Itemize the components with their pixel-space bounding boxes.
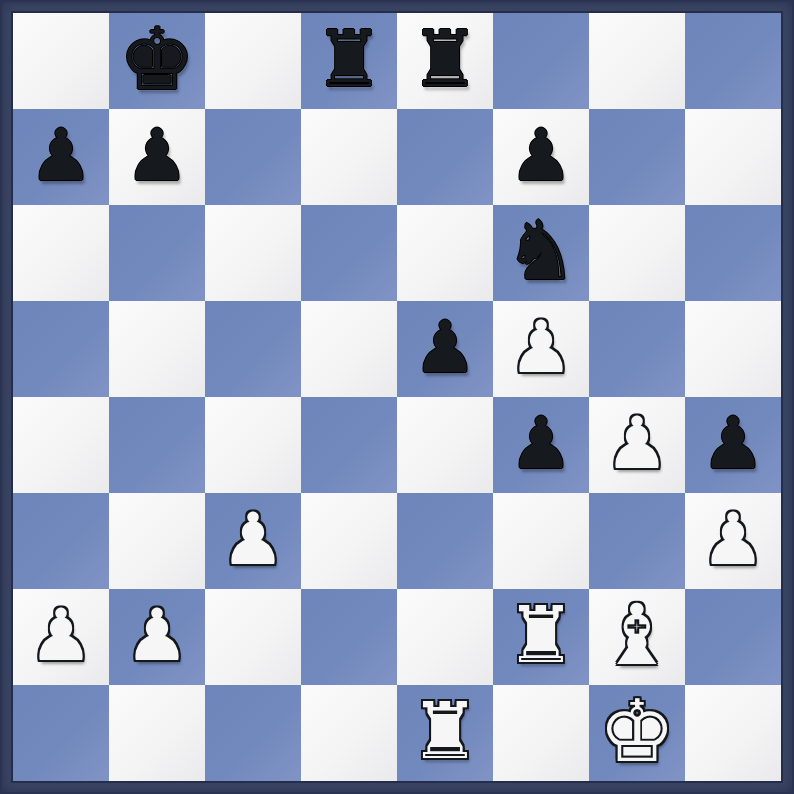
white-rook-piece[interactable]: ♜: [506, 596, 576, 674]
black-king-piece[interactable]: ♚: [118, 16, 195, 102]
black-rook-piece[interactable]: ♜: [410, 20, 480, 98]
square-b4[interactable]: [109, 397, 205, 493]
black-pawn-piece[interactable]: ♟: [29, 119, 94, 191]
square-a1[interactable]: [13, 685, 109, 781]
square-h7[interactable]: [685, 109, 781, 205]
square-g3[interactable]: [589, 493, 685, 589]
square-e5[interactable]: ♟: [397, 301, 493, 397]
white-pawn-piece[interactable]: ♟: [29, 599, 94, 671]
square-e6[interactable]: [397, 205, 493, 301]
white-pawn-piece[interactable]: ♟: [701, 503, 766, 575]
square-h1[interactable]: [685, 685, 781, 781]
square-g6[interactable]: [589, 205, 685, 301]
square-c5[interactable]: [205, 301, 301, 397]
square-c8[interactable]: [205, 13, 301, 109]
white-pawn-piece[interactable]: ♟: [221, 503, 286, 575]
square-e1[interactable]: ♜: [397, 685, 493, 781]
square-f4[interactable]: ♟: [493, 397, 589, 493]
square-b2[interactable]: ♟: [109, 589, 205, 685]
square-e4[interactable]: [397, 397, 493, 493]
chess-position-screenshot: { "game": "chess", "position": { "fen": …: [0, 0, 794, 794]
square-d2[interactable]: [301, 589, 397, 685]
square-d8[interactable]: ♜: [301, 13, 397, 109]
square-d6[interactable]: [301, 205, 397, 301]
square-f3[interactable]: [493, 493, 589, 589]
square-a3[interactable]: [13, 493, 109, 589]
square-a8[interactable]: [13, 13, 109, 109]
square-b3[interactable]: [109, 493, 205, 589]
square-c6[interactable]: [205, 205, 301, 301]
square-a2[interactable]: ♟: [13, 589, 109, 685]
white-pawn-piece[interactable]: ♟: [125, 599, 190, 671]
black-pawn-piece[interactable]: ♟: [413, 311, 478, 383]
black-pawn-piece[interactable]: ♟: [509, 407, 574, 479]
square-a4[interactable]: [13, 397, 109, 493]
square-b8[interactable]: ♚: [109, 13, 205, 109]
white-pawn-piece[interactable]: ♟: [605, 407, 670, 479]
square-a6[interactable]: [13, 205, 109, 301]
white-king-piece[interactable]: ♚: [598, 688, 675, 774]
square-g5[interactable]: [589, 301, 685, 397]
black-pawn-piece[interactable]: ♟: [125, 119, 190, 191]
square-e3[interactable]: [397, 493, 493, 589]
square-d3[interactable]: [301, 493, 397, 589]
square-a7[interactable]: ♟: [13, 109, 109, 205]
square-c1[interactable]: [205, 685, 301, 781]
square-h3[interactable]: ♟: [685, 493, 781, 589]
square-c7[interactable]: [205, 109, 301, 205]
white-bishop-piece[interactable]: ♝: [599, 593, 674, 677]
square-f5[interactable]: ♟: [493, 301, 589, 397]
square-f6[interactable]: ♞: [493, 205, 589, 301]
square-g8[interactable]: [589, 13, 685, 109]
square-g1[interactable]: ♚: [589, 685, 685, 781]
chess-board: ♚♜♜♟♟♟♞♟♟♟♟♟♟♟♟♟♜♝♜♚: [13, 13, 781, 781]
square-d5[interactable]: [301, 301, 397, 397]
square-d4[interactable]: [301, 397, 397, 493]
square-b6[interactable]: [109, 205, 205, 301]
square-b7[interactable]: ♟: [109, 109, 205, 205]
square-e7[interactable]: [397, 109, 493, 205]
square-f8[interactable]: [493, 13, 589, 109]
square-c2[interactable]: [205, 589, 301, 685]
square-h5[interactable]: [685, 301, 781, 397]
black-pawn-piece[interactable]: ♟: [701, 407, 766, 479]
black-knight-piece[interactable]: ♞: [504, 210, 578, 292]
square-c4[interactable]: [205, 397, 301, 493]
white-rook-piece[interactable]: ♜: [410, 692, 480, 770]
square-h8[interactable]: [685, 13, 781, 109]
square-g7[interactable]: [589, 109, 685, 205]
square-h4[interactable]: ♟: [685, 397, 781, 493]
square-g4[interactable]: ♟: [589, 397, 685, 493]
black-pawn-piece[interactable]: ♟: [509, 119, 574, 191]
square-g2[interactable]: ♝: [589, 589, 685, 685]
square-h2[interactable]: [685, 589, 781, 685]
square-h6[interactable]: [685, 205, 781, 301]
black-rook-piece[interactable]: ♜: [314, 20, 384, 98]
square-b5[interactable]: [109, 301, 205, 397]
square-a5[interactable]: [13, 301, 109, 397]
square-d7[interactable]: [301, 109, 397, 205]
square-e2[interactable]: [397, 589, 493, 685]
square-f1[interactable]: [493, 685, 589, 781]
square-f7[interactable]: ♟: [493, 109, 589, 205]
square-e8[interactable]: ♜: [397, 13, 493, 109]
white-pawn-piece[interactable]: ♟: [509, 311, 574, 383]
square-b1[interactable]: [109, 685, 205, 781]
square-c3[interactable]: ♟: [205, 493, 301, 589]
square-f2[interactable]: ♜: [493, 589, 589, 685]
square-d1[interactable]: [301, 685, 397, 781]
